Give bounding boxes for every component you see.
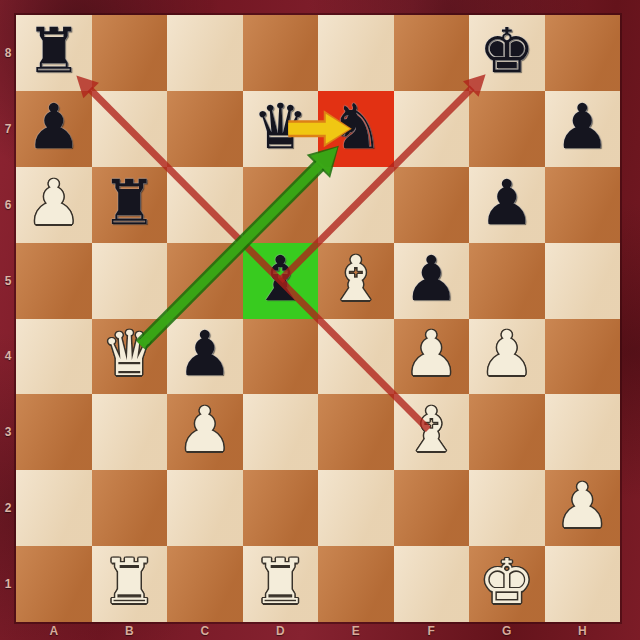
black-pawn-c4[interactable]: ♟ (177, 323, 233, 385)
square-f4[interactable]: ♟ (394, 319, 470, 395)
black-bishop-d5[interactable]: ♝ (252, 248, 308, 310)
white-king-g1[interactable]: ♚ (479, 551, 535, 613)
square-b3[interactable] (92, 394, 168, 470)
square-d4[interactable] (243, 319, 319, 395)
rank-label-2: 2 (0, 470, 16, 546)
square-a3[interactable] (16, 394, 92, 470)
file-label-b: B (92, 622, 168, 640)
square-d6[interactable] (243, 167, 319, 243)
file-label-h: H (545, 622, 621, 640)
square-a2[interactable] (16, 470, 92, 546)
white-pawn-f4[interactable]: ♟ (403, 323, 459, 385)
chess-app-window: ♜♚♟♛♞♟♟♜♟♝♝♟♛♟♟♟♟♝♟♜♜♚ 87654321 ABCDEFGH (0, 0, 640, 640)
square-f3[interactable]: ♝ (394, 394, 470, 470)
square-c8[interactable] (167, 15, 243, 91)
rank-label-6: 6 (0, 167, 16, 243)
square-f5[interactable]: ♟ (394, 243, 470, 319)
black-pawn-h7[interactable]: ♟ (554, 96, 610, 158)
white-pawn-c3[interactable]: ♟ (177, 399, 233, 461)
file-label-c: C (167, 622, 243, 640)
square-g3[interactable] (469, 394, 545, 470)
square-c7[interactable] (167, 91, 243, 167)
file-label-a: A (16, 622, 92, 640)
black-king-g8[interactable]: ♚ (479, 20, 535, 82)
file-label-f: F (394, 622, 470, 640)
square-e6[interactable] (318, 167, 394, 243)
square-g8[interactable]: ♚ (469, 15, 545, 91)
rank-label-1: 1 (0, 546, 16, 622)
square-c1[interactable] (167, 546, 243, 622)
square-a7[interactable]: ♟ (16, 91, 92, 167)
rank-label-7: 7 (0, 91, 16, 167)
square-g6[interactable]: ♟ (469, 167, 545, 243)
black-rook-b6[interactable]: ♜ (101, 172, 157, 234)
file-label-g: G (469, 622, 545, 640)
square-b5[interactable] (92, 243, 168, 319)
square-b6[interactable]: ♜ (92, 167, 168, 243)
square-f8[interactable] (394, 15, 470, 91)
square-f6[interactable] (394, 167, 470, 243)
square-g2[interactable] (469, 470, 545, 546)
square-g5[interactable] (469, 243, 545, 319)
square-d8[interactable] (243, 15, 319, 91)
square-b2[interactable] (92, 470, 168, 546)
square-h6[interactable] (545, 167, 621, 243)
square-f2[interactable] (394, 470, 470, 546)
square-g7[interactable] (469, 91, 545, 167)
square-h2[interactable]: ♟ (545, 470, 621, 546)
white-pawn-g4[interactable]: ♟ (479, 323, 535, 385)
square-f7[interactable] (394, 91, 470, 167)
rank-label-5: 5 (0, 243, 16, 319)
square-h5[interactable] (545, 243, 621, 319)
black-pawn-g6[interactable]: ♟ (479, 172, 535, 234)
rank-label-4: 4 (0, 319, 16, 395)
square-f1[interactable] (394, 546, 470, 622)
square-b8[interactable] (92, 15, 168, 91)
square-c3[interactable]: ♟ (167, 394, 243, 470)
square-e4[interactable] (318, 319, 394, 395)
file-label-d: D (243, 622, 319, 640)
black-rook-a8[interactable]: ♜ (26, 20, 82, 82)
square-e5[interactable]: ♝ (318, 243, 394, 319)
white-rook-b1[interactable]: ♜ (101, 551, 157, 613)
white-bishop-f3[interactable]: ♝ (403, 399, 459, 461)
rank-label-3: 3 (0, 394, 16, 470)
chess-board: ♜♚♟♛♞♟♟♜♟♝♝♟♛♟♟♟♟♝♟♜♜♚ (16, 15, 620, 622)
square-a8[interactable]: ♜ (16, 15, 92, 91)
white-bishop-e5[interactable]: ♝ (328, 248, 384, 310)
square-h4[interactable] (545, 319, 621, 395)
square-b4[interactable]: ♛ (92, 319, 168, 395)
square-d5[interactable]: ♝ (243, 243, 319, 319)
square-d7[interactable]: ♛ (243, 91, 319, 167)
file-label-e: E (318, 622, 394, 640)
square-b1[interactable]: ♜ (92, 546, 168, 622)
square-e2[interactable] (318, 470, 394, 546)
square-a4[interactable] (16, 319, 92, 395)
square-c5[interactable] (167, 243, 243, 319)
square-a6[interactable]: ♟ (16, 167, 92, 243)
black-pawn-f5[interactable]: ♟ (403, 248, 459, 310)
square-e1[interactable] (318, 546, 394, 622)
square-h1[interactable] (545, 546, 621, 622)
white-pawn-a6[interactable]: ♟ (26, 172, 82, 234)
white-pawn-h2[interactable]: ♟ (554, 475, 610, 537)
white-rook-d1[interactable]: ♜ (252, 551, 308, 613)
square-a5[interactable] (16, 243, 92, 319)
square-e3[interactable] (318, 394, 394, 470)
square-g1[interactable]: ♚ (469, 546, 545, 622)
square-h8[interactable] (545, 15, 621, 91)
square-c2[interactable] (167, 470, 243, 546)
black-knight-e7[interactable]: ♞ (328, 96, 384, 158)
black-pawn-a7[interactable]: ♟ (26, 96, 82, 158)
square-b7[interactable] (92, 91, 168, 167)
square-g4[interactable]: ♟ (469, 319, 545, 395)
rank-label-8: 8 (0, 15, 16, 91)
square-d1[interactable]: ♜ (243, 546, 319, 622)
black-queen-d7[interactable]: ♛ (252, 96, 308, 158)
square-h7[interactable]: ♟ (545, 91, 621, 167)
square-h3[interactable] (545, 394, 621, 470)
square-c6[interactable] (167, 167, 243, 243)
white-queen-b4[interactable]: ♛ (101, 323, 157, 385)
square-e7[interactable]: ♞ (318, 91, 394, 167)
square-d2[interactable] (243, 470, 319, 546)
square-c4[interactable]: ♟ (167, 319, 243, 395)
square-d3[interactable] (243, 394, 319, 470)
square-a1[interactable] (16, 546, 92, 622)
square-e8[interactable] (318, 15, 394, 91)
